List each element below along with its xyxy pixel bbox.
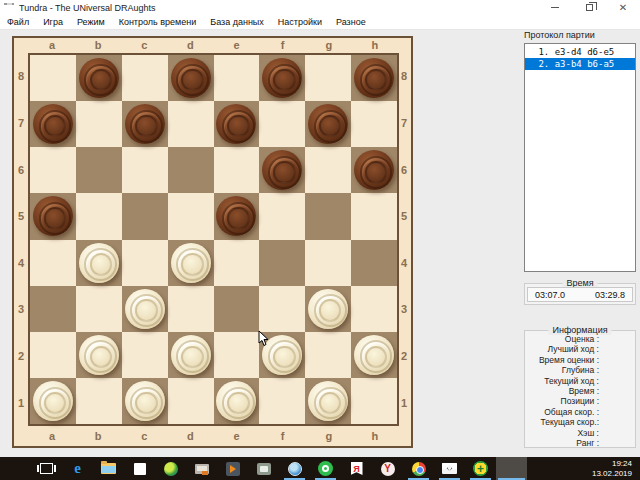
square-h4[interactable] <box>351 240 397 286</box>
coord-label: 1 <box>14 379 28 426</box>
taskbar: eЯY+19:2413.02.2019 <box>0 457 640 480</box>
square-a3[interactable] <box>30 286 76 332</box>
minimize-button[interactable] <box>538 0 572 15</box>
task-view-icon <box>40 463 53 474</box>
black-man-h6[interactable] <box>354 150 394 190</box>
info-field-4: Глубина : <box>525 365 599 375</box>
coord-label: 5 <box>397 193 411 240</box>
info-field-5: Текущий ход : <box>525 376 599 386</box>
file-labels-top: abcdefgh <box>29 38 398 53</box>
close-button[interactable]: ✕ <box>606 0 640 15</box>
clock-date: 13.02.2019 <box>592 469 632 479</box>
tundra-taskbar-button[interactable] <box>496 457 527 480</box>
yandex-browser-taskbar-button[interactable]: Y <box>372 457 403 480</box>
info-field-10: Хэш : <box>525 428 599 438</box>
square-a7[interactable] <box>30 101 76 147</box>
square-h1[interactable] <box>351 378 397 424</box>
square-f5[interactable] <box>259 193 305 239</box>
info-field-2: Лучший ход : <box>525 344 599 354</box>
square-g7[interactable] <box>305 101 351 147</box>
white-man-g1[interactable] <box>308 381 348 421</box>
move-row-1[interactable]: 1. e3-d4 d6-e5 <box>525 46 635 58</box>
coord-label: a <box>29 38 75 53</box>
menu-bar: ФайлИграРежимКонтроль времениБаза данных… <box>0 15 640 30</box>
green-spiral-app-icon <box>318 461 333 476</box>
move-row-2[interactable]: 2. a3-b4 b6-a5 <box>525 58 635 70</box>
coord-label: h <box>352 38 398 53</box>
menu-item-2[interactable]: Игра <box>36 15 70 29</box>
start-taskbar-button[interactable] <box>0 457 31 480</box>
square-d8[interactable] <box>168 55 214 101</box>
info-field-6: Время : <box>525 386 599 396</box>
square-a8[interactable] <box>30 55 76 101</box>
info-panel: Информация Оценка :Лучший ход :Время оце… <box>524 330 636 448</box>
menu-item-1[interactable]: Файл <box>0 15 36 29</box>
coord-label: 2 <box>14 333 28 380</box>
square-b6[interactable] <box>76 147 122 193</box>
mail-icon <box>442 463 457 474</box>
coord-label: b <box>75 429 121 444</box>
globe-app-icon <box>288 462 302 476</box>
clock-time: 19:24 <box>592 459 632 469</box>
black-clock: 03:29.8 <box>595 290 625 300</box>
square-a5[interactable] <box>30 193 76 239</box>
coord-label: f <box>260 38 306 53</box>
mail-taskbar-button[interactable] <box>434 457 465 480</box>
square-h7[interactable] <box>351 101 397 147</box>
clock-panel: Время 03:07.0 03:29.8 <box>524 283 636 305</box>
white-clock: 03:07.0 <box>535 290 565 300</box>
info-field-7: Позиции : <box>525 396 599 406</box>
info-field-8: Общая скор. : <box>525 407 599 417</box>
close-icon: ✕ <box>619 3 627 13</box>
square-h6[interactable] <box>351 147 397 193</box>
square-b1[interactable] <box>76 378 122 424</box>
title-bar: Tundra - The UNiversal DRAughts ✕ <box>0 0 640 15</box>
chrome-taskbar-button[interactable] <box>403 457 434 480</box>
green-spiral-app-taskbar-button[interactable] <box>310 457 341 480</box>
coord-label: b <box>75 38 121 53</box>
square-f1[interactable] <box>259 378 305 424</box>
black-man-e5[interactable] <box>216 196 256 236</box>
square-e3[interactable] <box>214 286 260 332</box>
white-man-c3[interactable] <box>125 289 165 329</box>
square-a4[interactable] <box>30 240 76 286</box>
square-d4[interactable] <box>168 240 214 286</box>
yandex-browser-icon: Y <box>381 462 395 476</box>
coord-label: 7 <box>397 100 411 147</box>
square-c3[interactable] <box>122 286 168 332</box>
globe-app-taskbar-button[interactable] <box>279 457 310 480</box>
black-man-a5[interactable] <box>33 196 73 236</box>
rank-labels-right: 87654321 <box>397 53 411 426</box>
coord-label: 6 <box>14 146 28 193</box>
square-d5[interactable] <box>168 193 214 239</box>
black-man-e7[interactable] <box>216 104 256 144</box>
file-explorer-taskbar-button[interactable] <box>93 457 124 480</box>
microsoft-store-icon <box>134 463 146 475</box>
green-cross-app-taskbar-button[interactable]: + <box>465 457 496 480</box>
yandex-taskbar-button[interactable]: Я <box>341 457 372 480</box>
square-g4[interactable] <box>305 240 351 286</box>
coord-label: c <box>121 38 167 53</box>
coord-label: 7 <box>14 100 28 147</box>
square-c4[interactable] <box>122 240 168 286</box>
square-c5[interactable] <box>122 193 168 239</box>
white-man-d2[interactable] <box>171 335 211 375</box>
coord-label: g <box>306 38 352 53</box>
square-f8[interactable] <box>259 55 305 101</box>
move-list[interactable]: 1. e3-d4 d6-e5 2. a3-b4 b6-a5 <box>524 43 636 272</box>
media-player-icon <box>226 462 240 476</box>
square-f6[interactable] <box>259 147 305 193</box>
square-g8[interactable] <box>305 55 351 101</box>
white-man-b4[interactable] <box>79 243 119 283</box>
info-field-9: Текущая скор.: <box>525 417 599 427</box>
info-field-3: Время оценки : <box>525 355 599 365</box>
square-b4[interactable] <box>76 240 122 286</box>
square-e8[interactable] <box>214 55 260 101</box>
menu-item-4[interactable]: Контроль времени <box>112 15 204 29</box>
white-man-g3[interactable] <box>308 289 348 329</box>
restore-button[interactable] <box>572 0 606 15</box>
square-a1[interactable] <box>30 378 76 424</box>
coord-label: f <box>260 429 306 444</box>
black-man-g7[interactable] <box>308 104 348 144</box>
coord-label: g <box>306 429 352 444</box>
file-explorer-icon <box>101 463 116 474</box>
square-e7[interactable] <box>214 101 260 147</box>
square-f3[interactable] <box>259 286 305 332</box>
square-a2[interactable] <box>30 332 76 378</box>
square-b2[interactable] <box>76 332 122 378</box>
coord-label: e <box>214 429 260 444</box>
info-field-1: Оценка : <box>525 334 599 344</box>
black-man-f6[interactable] <box>262 150 302 190</box>
black-man-h8[interactable] <box>354 58 394 98</box>
square-a6[interactable] <box>30 147 76 193</box>
menu-item-6[interactable]: Настройки <box>271 15 329 29</box>
task-view-taskbar-button[interactable] <box>31 457 62 480</box>
white-man-c1[interactable] <box>125 381 165 421</box>
coord-label: 3 <box>397 286 411 333</box>
laptop-app-icon <box>195 464 209 474</box>
square-b5[interactable] <box>76 193 122 239</box>
media-player-taskbar-button[interactable] <box>217 457 248 480</box>
menu-item-5[interactable]: База данных <box>203 15 271 29</box>
green-cross-app-icon: + <box>473 461 488 476</box>
google-earth-icon <box>164 462 178 476</box>
square-h2[interactable] <box>351 332 397 378</box>
coord-label: c <box>121 429 167 444</box>
coord-label: d <box>167 38 213 53</box>
square-d1[interactable] <box>168 378 214 424</box>
coord-label: 5 <box>14 193 28 240</box>
window-title: Tundra - The UNiversal DRAughts <box>19 3 156 13</box>
start-icon <box>8 461 24 477</box>
square-g1[interactable] <box>305 378 351 424</box>
info-field-11: Ранг : <box>525 438 599 448</box>
square-c7[interactable] <box>122 101 168 147</box>
square-b3[interactable] <box>76 286 122 332</box>
white-man-h2[interactable] <box>354 335 394 375</box>
edge-taskbar-button[interactable]: e <box>62 457 93 480</box>
app-icon <box>4 3 14 13</box>
square-g2[interactable] <box>305 332 351 378</box>
black-man-c7[interactable] <box>125 104 165 144</box>
coord-label: 4 <box>397 240 411 287</box>
white-man-b2[interactable] <box>79 335 119 375</box>
edge-icon: e <box>70 461 86 477</box>
info-panel-label: Информация <box>548 325 611 335</box>
black-man-b8[interactable] <box>79 58 119 98</box>
square-e1[interactable] <box>214 378 260 424</box>
square-d3[interactable] <box>168 286 214 332</box>
yandex-icon: Я <box>351 462 363 475</box>
coord-label: 8 <box>397 53 411 100</box>
menu-item-3[interactable]: Режим <box>70 15 112 29</box>
google-earth-taskbar-button[interactable] <box>155 457 186 480</box>
black-man-a7[interactable] <box>33 104 73 144</box>
white-man-a1[interactable] <box>33 381 73 421</box>
square-g6[interactable] <box>305 147 351 193</box>
coord-label: a <box>29 429 75 444</box>
square-e4[interactable] <box>214 240 260 286</box>
tundra-icon <box>505 462 519 476</box>
draughts-board: abcdefgh abcdefgh 87654321 87654321 <box>12 36 413 448</box>
restore-icon <box>586 4 593 11</box>
black-man-d8[interactable] <box>171 58 211 98</box>
square-b8[interactable] <box>76 55 122 101</box>
coord-label: d <box>167 429 213 444</box>
minimize-icon <box>551 7 559 8</box>
black-man-f8[interactable] <box>262 58 302 98</box>
square-g3[interactable] <box>305 286 351 332</box>
coord-label: 6 <box>397 146 411 193</box>
square-f4[interactable] <box>259 240 305 286</box>
coord-label: 2 <box>397 333 411 380</box>
square-g5[interactable] <box>305 193 351 239</box>
square-e2[interactable] <box>214 332 260 378</box>
square-f7[interactable] <box>259 101 305 147</box>
square-d2[interactable] <box>168 332 214 378</box>
white-man-d4[interactable] <box>171 243 211 283</box>
square-h3[interactable] <box>351 286 397 332</box>
white-man-e1[interactable] <box>216 381 256 421</box>
square-b7[interactable] <box>76 101 122 147</box>
coord-label: e <box>214 38 260 53</box>
mouse-cursor <box>258 330 269 347</box>
square-c8[interactable] <box>122 55 168 101</box>
square-c6[interactable] <box>122 147 168 193</box>
file-labels-bottom: abcdefgh <box>29 429 398 444</box>
board-squares <box>28 53 399 426</box>
menu-item-7[interactable]: Разное <box>329 15 373 29</box>
move-list-label: Протокол партии <box>524 30 595 40</box>
square-d7[interactable] <box>168 101 214 147</box>
square-d6[interactable] <box>168 147 214 193</box>
camera-app-icon <box>257 463 271 475</box>
square-h8[interactable] <box>351 55 397 101</box>
coord-label: 1 <box>397 379 411 426</box>
square-e5[interactable] <box>214 193 260 239</box>
square-h5[interactable] <box>351 193 397 239</box>
coord-label: 3 <box>14 286 28 333</box>
square-c1[interactable] <box>122 378 168 424</box>
rank-labels-left: 87654321 <box>14 53 28 426</box>
taskbar-clock[interactable]: 19:2413.02.2019 <box>592 457 640 480</box>
chrome-icon <box>412 462 426 476</box>
microsoft-store-taskbar-button[interactable] <box>124 457 155 480</box>
camera-app-taskbar-button[interactable] <box>248 457 279 480</box>
coord-label: 4 <box>14 240 28 287</box>
coord-label: 8 <box>14 53 28 100</box>
square-e6[interactable] <box>214 147 260 193</box>
coord-label: h <box>352 429 398 444</box>
laptop-app-taskbar-button[interactable] <box>186 457 217 480</box>
square-c2[interactable] <box>122 332 168 378</box>
